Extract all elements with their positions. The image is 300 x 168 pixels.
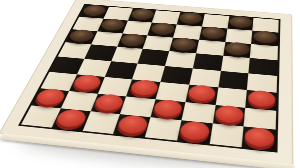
checker-piece-red[interactable]	[244, 126, 274, 148]
board-square-e1	[145, 117, 181, 140]
checker-piece-dark[interactable]	[253, 30, 277, 44]
checker-piece-red[interactable]	[93, 93, 126, 112]
checker-piece-dark[interactable]	[224, 41, 250, 56]
board-square-g1	[209, 124, 244, 148]
checker-piece-red[interactable]	[129, 79, 160, 97]
checker-piece-dark[interactable]	[178, 12, 203, 25]
checker-piece-dark[interactable]	[119, 33, 147, 47]
checkers-board	[0, 0, 293, 165]
checker-piece-red[interactable]	[153, 99, 184, 118]
checker-piece-dark[interactable]	[201, 26, 226, 40]
checker-piece-dark[interactable]	[229, 16, 253, 29]
checker-piece-dark[interactable]	[99, 18, 126, 31]
checker-piece-red[interactable]	[179, 120, 211, 141]
board-frame	[18, 4, 280, 153]
checkers-photo-scene	[0, 0, 300, 168]
checker-piece-dark[interactable]	[129, 8, 155, 20]
board-square-h1[interactable]	[242, 127, 276, 151]
board-square-f1[interactable]	[177, 120, 213, 144]
checker-piece-red[interactable]	[247, 90, 275, 108]
checker-piece-dark[interactable]	[149, 22, 175, 35]
checker-piece-red[interactable]	[214, 104, 244, 124]
board-grid	[21, 5, 279, 151]
checker-piece-dark[interactable]	[171, 37, 198, 51]
checker-piece-red[interactable]	[116, 114, 149, 135]
checker-piece-red[interactable]	[187, 84, 216, 102]
